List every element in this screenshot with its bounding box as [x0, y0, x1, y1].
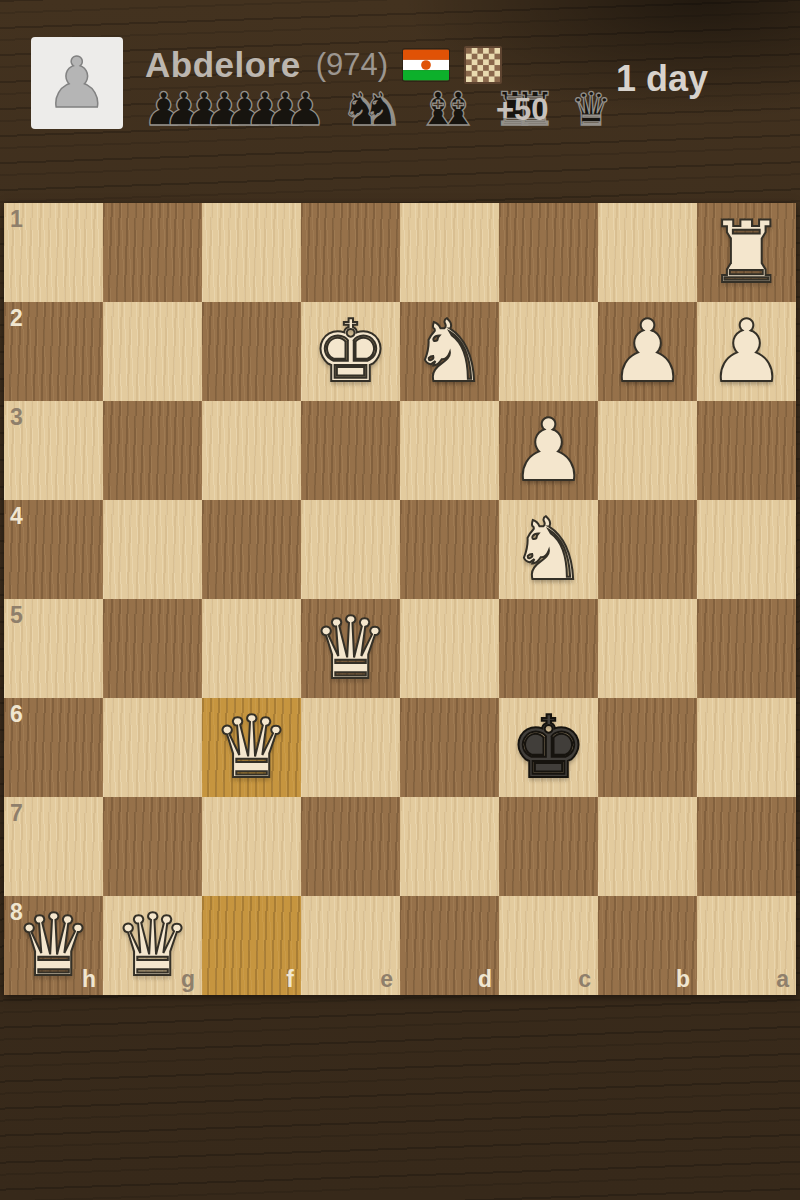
square-h5[interactable]: 5 [4, 599, 103, 698]
captured-pawn-glyph: ♟ [285, 86, 326, 132]
square-h7[interactable]: 7 [4, 797, 103, 896]
bottom-player-panel: elihollywood (981) ♟♟♝♝♜ [0, 995, 800, 1200]
checkered-board-icon [464, 46, 502, 84]
rank-label-4: 4 [10, 503, 23, 530]
niger-flag-icon [403, 49, 449, 81]
top-player-rating: (974) [316, 47, 388, 83]
square-e2[interactable]: ♚ [301, 302, 400, 401]
square-a5[interactable] [697, 599, 796, 698]
file-label-d: d [478, 966, 492, 993]
white-rook-a1[interactable]: ♜ [708, 203, 785, 302]
square-f2[interactable] [202, 302, 301, 401]
captured-queen-group: ♛ [571, 86, 612, 132]
file-label-b: b [676, 966, 690, 993]
square-f8[interactable]: f [202, 896, 301, 995]
square-b1[interactable] [598, 203, 697, 302]
square-d7[interactable] [400, 797, 499, 896]
square-d8[interactable]: d [400, 896, 499, 995]
square-c1[interactable] [499, 203, 598, 302]
square-a6[interactable] [697, 698, 796, 797]
square-e8[interactable]: e [301, 896, 400, 995]
square-h4[interactable]: 4 [4, 500, 103, 599]
square-g5[interactable] [103, 599, 202, 698]
top-player-clock: 1 day [616, 58, 708, 100]
square-c7[interactable] [499, 797, 598, 896]
material-advantage: +50 [496, 92, 549, 134]
square-g8[interactable]: g♛ [103, 896, 202, 995]
captured-pawn-group: ♟♟♟♟♟♟♟♟ [143, 86, 326, 132]
white-queen-f6[interactable]: ♛ [213, 698, 290, 797]
square-g7[interactable] [103, 797, 202, 896]
rank-label-1: 1 [10, 206, 23, 233]
white-queen-g8[interactable]: ♛ [114, 896, 191, 995]
square-f7[interactable] [202, 797, 301, 896]
square-h1[interactable]: 1 [4, 203, 103, 302]
square-b6[interactable] [598, 698, 697, 797]
captured-bishop-group: ♝♝ [418, 86, 480, 132]
top-player-panel: ♟ Abdelore (974) ♟♟♟♟♟♟♟♟♞♞♝♝♜♜♛ +50 1 d… [0, 0, 800, 203]
rank-label-3: 3 [10, 404, 23, 431]
white-knight-d2[interactable]: ♞ [411, 302, 488, 401]
square-e4[interactable] [301, 500, 400, 599]
square-f1[interactable] [202, 203, 301, 302]
file-label-e: e [380, 966, 393, 993]
white-queen-h8[interactable]: ♛ [15, 896, 92, 995]
square-h8[interactable]: 8h♛ [4, 896, 103, 995]
square-f6[interactable]: ♛ [202, 698, 301, 797]
file-label-g: g [181, 966, 195, 993]
captured-queen-glyph: ♛ [571, 86, 612, 132]
white-pawn-c3[interactable]: ♟ [510, 401, 587, 500]
square-f4[interactable] [202, 500, 301, 599]
square-d2[interactable]: ♞ [400, 302, 499, 401]
square-b4[interactable] [598, 500, 697, 599]
square-a8[interactable]: a [697, 896, 796, 995]
square-d1[interactable] [400, 203, 499, 302]
white-pawn-b2[interactable]: ♟ [609, 302, 686, 401]
square-g4[interactable] [103, 500, 202, 599]
square-e1[interactable] [301, 203, 400, 302]
square-g1[interactable] [103, 203, 202, 302]
square-e3[interactable] [301, 401, 400, 500]
square-g3[interactable] [103, 401, 202, 500]
file-label-c: c [578, 966, 591, 993]
square-a7[interactable] [697, 797, 796, 896]
square-h2[interactable]: 2 [4, 302, 103, 401]
square-d4[interactable] [400, 500, 499, 599]
rank-label-2: 2 [10, 305, 23, 332]
white-pawn-a2[interactable]: ♟ [708, 302, 785, 401]
square-a1[interactable]: ♜ [697, 203, 796, 302]
captured-knight-glyph: ♞ [361, 86, 402, 132]
gray-pawn-avatar-icon: ♟ [46, 37, 109, 129]
rank-label-6: 6 [10, 701, 23, 728]
square-a2[interactable]: ♟ [697, 302, 796, 401]
captured-knight-group: ♞♞ [341, 86, 403, 132]
square-g2[interactable] [103, 302, 202, 401]
captured-bishop-glyph: ♝ [438, 86, 479, 132]
square-e7[interactable] [301, 797, 400, 896]
square-e6[interactable] [301, 698, 400, 797]
square-b7[interactable] [598, 797, 697, 896]
square-c2[interactable] [499, 302, 598, 401]
top-player-name[interactable]: Abdelore [145, 45, 301, 85]
square-f3[interactable] [202, 401, 301, 500]
square-f5[interactable] [202, 599, 301, 698]
square-c4[interactable]: ♞ [499, 500, 598, 599]
square-d5[interactable] [400, 599, 499, 698]
rank-label-5: 5 [10, 602, 23, 629]
square-d3[interactable] [400, 401, 499, 500]
square-g6[interactable] [103, 698, 202, 797]
square-b8[interactable]: b [598, 896, 697, 995]
black-king-c6[interactable]: ♚ [510, 698, 587, 797]
square-h3[interactable]: 3 [4, 401, 103, 500]
square-b2[interactable]: ♟ [598, 302, 697, 401]
square-e5[interactable]: ♛ [301, 599, 400, 698]
square-a4[interactable] [697, 500, 796, 599]
square-h6[interactable]: 6 [4, 698, 103, 797]
white-king-e2[interactable]: ♚ [312, 302, 389, 401]
square-d6[interactable] [400, 698, 499, 797]
square-c6[interactable]: ♚ [499, 698, 598, 797]
white-queen-e5[interactable]: ♛ [312, 599, 389, 698]
top-player-avatar[interactable]: ♟ [31, 37, 123, 129]
square-c5[interactable] [499, 599, 598, 698]
square-c8[interactable]: c [499, 896, 598, 995]
file-label-a: a [776, 966, 789, 993]
rank-label-8: 8 [10, 899, 23, 926]
chess-board: 1♜2♚♞♟♟3♟4♞5♛6♛♚78h♛g♛fedcba [4, 203, 796, 995]
square-c3[interactable]: ♟ [499, 401, 598, 500]
white-knight-c4[interactable]: ♞ [510, 500, 587, 599]
rank-label-7: 7 [10, 800, 23, 827]
square-b5[interactable] [598, 599, 697, 698]
square-a3[interactable] [697, 401, 796, 500]
file-label-f: f [286, 966, 294, 993]
file-label-h: h [82, 966, 96, 993]
square-b3[interactable] [598, 401, 697, 500]
